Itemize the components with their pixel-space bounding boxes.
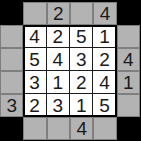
digit: 2 xyxy=(29,96,40,115)
cell-r3c3[interactable]: 2 xyxy=(70,71,93,94)
corner-top-left xyxy=(0,2,23,25)
digit: 1 xyxy=(123,73,134,92)
cell-r4c4[interactable]: 5 xyxy=(93,94,116,117)
digit: 2 xyxy=(99,50,110,69)
cell-r2c3[interactable]: 3 xyxy=(70,48,93,71)
clue-left-4: 3 xyxy=(0,94,23,117)
clue-top-1 xyxy=(23,2,46,25)
cell-r3c2[interactable]: 1 xyxy=(47,71,70,94)
skyscrapers-board: 2442515432431241323154 xyxy=(0,2,140,140)
cell-r1c1[interactable]: 4 xyxy=(23,25,46,48)
cell-r1c2[interactable]: 2 xyxy=(47,25,70,48)
cell-r2c2[interactable]: 4 xyxy=(47,48,70,71)
cell-r4c1[interactable]: 2 xyxy=(23,94,46,117)
cell-r3c4[interactable]: 4 xyxy=(93,71,116,94)
digit: 4 xyxy=(76,119,87,138)
digit: 2 xyxy=(53,4,64,23)
clue-bottom-2 xyxy=(47,117,70,140)
cell-r1c3[interactable]: 5 xyxy=(70,25,93,48)
digit: 2 xyxy=(53,27,64,46)
cell-r1c4[interactable]: 1 xyxy=(93,25,116,48)
digit: 3 xyxy=(29,73,40,92)
digit: 4 xyxy=(29,27,40,46)
digit: 4 xyxy=(53,50,64,69)
cell-r4c3[interactable]: 1 xyxy=(70,94,93,117)
digit: 2 xyxy=(76,73,87,92)
clue-right-2: 4 xyxy=(117,48,140,71)
corner-bottom-left xyxy=(0,117,23,140)
digit: 4 xyxy=(123,50,134,69)
digit: 1 xyxy=(53,73,64,92)
digit: 1 xyxy=(99,27,110,46)
digit: 5 xyxy=(99,96,110,115)
cell-r4c2[interactable]: 3 xyxy=(47,94,70,117)
corner-top-right xyxy=(117,2,140,25)
clue-top-2: 2 xyxy=(47,2,70,25)
digit: 3 xyxy=(6,96,17,115)
digit: 3 xyxy=(53,96,64,115)
clue-right-1 xyxy=(117,25,140,48)
digit: 5 xyxy=(29,50,40,69)
clue-left-1 xyxy=(0,25,23,48)
digit: 4 xyxy=(100,4,111,23)
clue-right-4 xyxy=(117,94,140,117)
cell-r2c4[interactable]: 2 xyxy=(93,48,116,71)
clue-right-3: 1 xyxy=(117,71,140,94)
clue-top-3 xyxy=(70,2,93,25)
clue-bottom-4 xyxy=(93,117,116,140)
clue-top-4: 4 xyxy=(93,2,116,25)
digit: 3 xyxy=(76,50,87,69)
corner-bottom-right xyxy=(117,117,140,140)
clue-bottom-1 xyxy=(23,117,46,140)
digit: 4 xyxy=(99,73,110,92)
digit: 1 xyxy=(76,96,87,115)
digit: 5 xyxy=(76,27,87,46)
clue-left-3 xyxy=(0,71,23,94)
clue-bottom-3: 4 xyxy=(70,117,93,140)
cell-r2c1[interactable]: 5 xyxy=(23,48,46,71)
cell-r3c1[interactable]: 3 xyxy=(23,71,46,94)
clue-left-2 xyxy=(0,48,23,71)
